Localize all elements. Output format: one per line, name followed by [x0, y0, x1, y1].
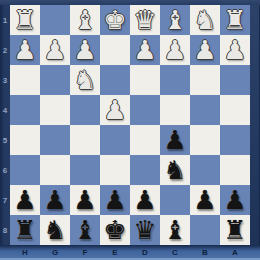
square-e3[interactable]: [100, 65, 130, 95]
square-b3[interactable]: [190, 65, 220, 95]
rank-label-6: 6: [0, 155, 10, 185]
square-a4[interactable]: [220, 95, 250, 125]
file-labels: HGFEDCBA: [10, 245, 250, 258]
square-c6[interactable]: ♞: [160, 155, 190, 185]
square-f8[interactable]: ♝: [70, 215, 100, 245]
black-queen[interactable]: ♛: [133, 215, 156, 245]
square-e7[interactable]: ♟: [100, 185, 130, 215]
black-king[interactable]: ♚: [103, 215, 126, 245]
black-pawn[interactable]: ♟: [43, 185, 66, 215]
square-a6[interactable]: [220, 155, 250, 185]
file-label-h: H: [10, 245, 40, 258]
rank-label-3: 3: [0, 65, 10, 95]
square-g1[interactable]: [40, 5, 70, 35]
white-rook[interactable]: ♜: [13, 5, 36, 35]
square-g3[interactable]: [40, 65, 70, 95]
square-d1[interactable]: ♛: [130, 5, 160, 35]
white-rook[interactable]: ♜: [223, 5, 246, 35]
square-f6[interactable]: [70, 155, 100, 185]
square-d4[interactable]: [130, 95, 160, 125]
rank-label-1: 1: [0, 5, 10, 35]
square-c8[interactable]: ♝: [160, 215, 190, 245]
file-label-f: F: [70, 245, 100, 258]
white-knight[interactable]: ♞: [73, 65, 96, 95]
square-f2[interactable]: ♟: [70, 35, 100, 65]
black-pawn[interactable]: ♟: [13, 185, 36, 215]
file-label-g: G: [40, 245, 70, 258]
square-e6[interactable]: [100, 155, 130, 185]
square-a1[interactable]: ♜: [220, 5, 250, 35]
square-e1[interactable]: ♚: [100, 5, 130, 35]
square-f5[interactable]: [70, 125, 100, 155]
square-f4[interactable]: [70, 95, 100, 125]
square-c3[interactable]: [160, 65, 190, 95]
rank-label-7: 7: [0, 185, 10, 215]
square-f1[interactable]: ♝: [70, 5, 100, 35]
square-h3[interactable]: [10, 65, 40, 95]
square-e2[interactable]: [100, 35, 130, 65]
black-pawn[interactable]: ♟: [223, 185, 246, 215]
square-c5[interactable]: ♟: [160, 125, 190, 155]
square-b7[interactable]: ♟: [190, 185, 220, 215]
square-h5[interactable]: [10, 125, 40, 155]
square-b8[interactable]: [190, 215, 220, 245]
square-f3[interactable]: ♞: [70, 65, 100, 95]
white-pawn[interactable]: ♟: [223, 35, 246, 65]
black-bishop[interactable]: ♝: [163, 215, 186, 245]
chess-board-frame: 12345678 HGFEDCBA ♜♝♚♛♝♞♜♟♟♟♟♟♟♟♞♟♟♞♟♟♟♟…: [0, 0, 260, 260]
square-g4[interactable]: [40, 95, 70, 125]
square-c7[interactable]: [160, 185, 190, 215]
square-e4[interactable]: ♟: [100, 95, 130, 125]
square-d5[interactable]: [130, 125, 160, 155]
square-g8[interactable]: ♞: [40, 215, 70, 245]
square-b1[interactable]: ♞: [190, 5, 220, 35]
white-pawn[interactable]: ♟: [73, 35, 96, 65]
black-bishop[interactable]: ♝: [73, 215, 96, 245]
square-d6[interactable]: [130, 155, 160, 185]
square-a3[interactable]: [220, 65, 250, 95]
square-c1[interactable]: ♝: [160, 5, 190, 35]
square-g7[interactable]: ♟: [40, 185, 70, 215]
square-c4[interactable]: [160, 95, 190, 125]
square-g6[interactable]: [40, 155, 70, 185]
square-h2[interactable]: ♟: [10, 35, 40, 65]
square-h4[interactable]: [10, 95, 40, 125]
black-pawn[interactable]: ♟: [103, 185, 126, 215]
white-bishop[interactable]: ♝: [163, 5, 186, 35]
white-king[interactable]: ♚: [103, 5, 126, 35]
black-rook[interactable]: ♜: [223, 215, 246, 245]
rank-label-8: 8: [0, 215, 10, 245]
black-pawn[interactable]: ♟: [73, 185, 96, 215]
file-label-e: E: [100, 245, 130, 258]
square-a8[interactable]: ♜: [220, 215, 250, 245]
square-c2[interactable]: ♟: [160, 35, 190, 65]
chess-board[interactable]: ♜♝♚♛♝♞♜♟♟♟♟♟♟♟♞♟♟♞♟♟♟♟♟♟♟♜♞♝♚♛♝♜: [10, 5, 250, 245]
black-knight[interactable]: ♞: [163, 155, 186, 185]
white-queen[interactable]: ♛: [133, 5, 156, 35]
square-g5[interactable]: [40, 125, 70, 155]
black-pawn[interactable]: ♟: [163, 125, 186, 155]
black-knight[interactable]: ♞: [43, 215, 66, 245]
square-e8[interactable]: ♚: [100, 215, 130, 245]
white-pawn[interactable]: ♟: [43, 35, 66, 65]
white-bishop[interactable]: ♝: [73, 5, 96, 35]
white-pawn[interactable]: ♟: [133, 35, 156, 65]
square-e5[interactable]: [100, 125, 130, 155]
square-a7[interactable]: ♟: [220, 185, 250, 215]
square-a5[interactable]: [220, 125, 250, 155]
black-pawn[interactable]: ♟: [193, 185, 216, 215]
white-pawn[interactable]: ♟: [103, 95, 126, 125]
black-rook[interactable]: ♜: [13, 215, 36, 245]
white-pawn[interactable]: ♟: [13, 35, 36, 65]
square-d8[interactable]: ♛: [130, 215, 160, 245]
square-b6[interactable]: [190, 155, 220, 185]
square-b2[interactable]: ♟: [190, 35, 220, 65]
square-a2[interactable]: ♟: [220, 35, 250, 65]
file-label-d: D: [130, 245, 160, 258]
rank-label-2: 2: [0, 35, 10, 65]
file-label-c: C: [160, 245, 190, 258]
square-h7[interactable]: ♟: [10, 185, 40, 215]
square-d7[interactable]: ♟: [130, 185, 160, 215]
rank-label-5: 5: [0, 125, 10, 155]
rank-labels: 12345678: [0, 5, 10, 245]
file-label-b: B: [190, 245, 220, 258]
square-b4[interactable]: [190, 95, 220, 125]
square-h1[interactable]: ♜: [10, 5, 40, 35]
square-d3[interactable]: [130, 65, 160, 95]
square-f7[interactable]: ♟: [70, 185, 100, 215]
black-pawn[interactable]: ♟: [133, 185, 156, 215]
white-knight[interactable]: ♞: [193, 5, 216, 35]
square-g2[interactable]: ♟: [40, 35, 70, 65]
square-h6[interactable]: [10, 155, 40, 185]
file-label-a: A: [220, 245, 250, 258]
rank-label-4: 4: [0, 95, 10, 125]
white-pawn[interactable]: ♟: [163, 35, 186, 65]
square-h8[interactable]: ♜: [10, 215, 40, 245]
square-d2[interactable]: ♟: [130, 35, 160, 65]
white-pawn[interactable]: ♟: [193, 35, 216, 65]
square-b5[interactable]: [190, 125, 220, 155]
